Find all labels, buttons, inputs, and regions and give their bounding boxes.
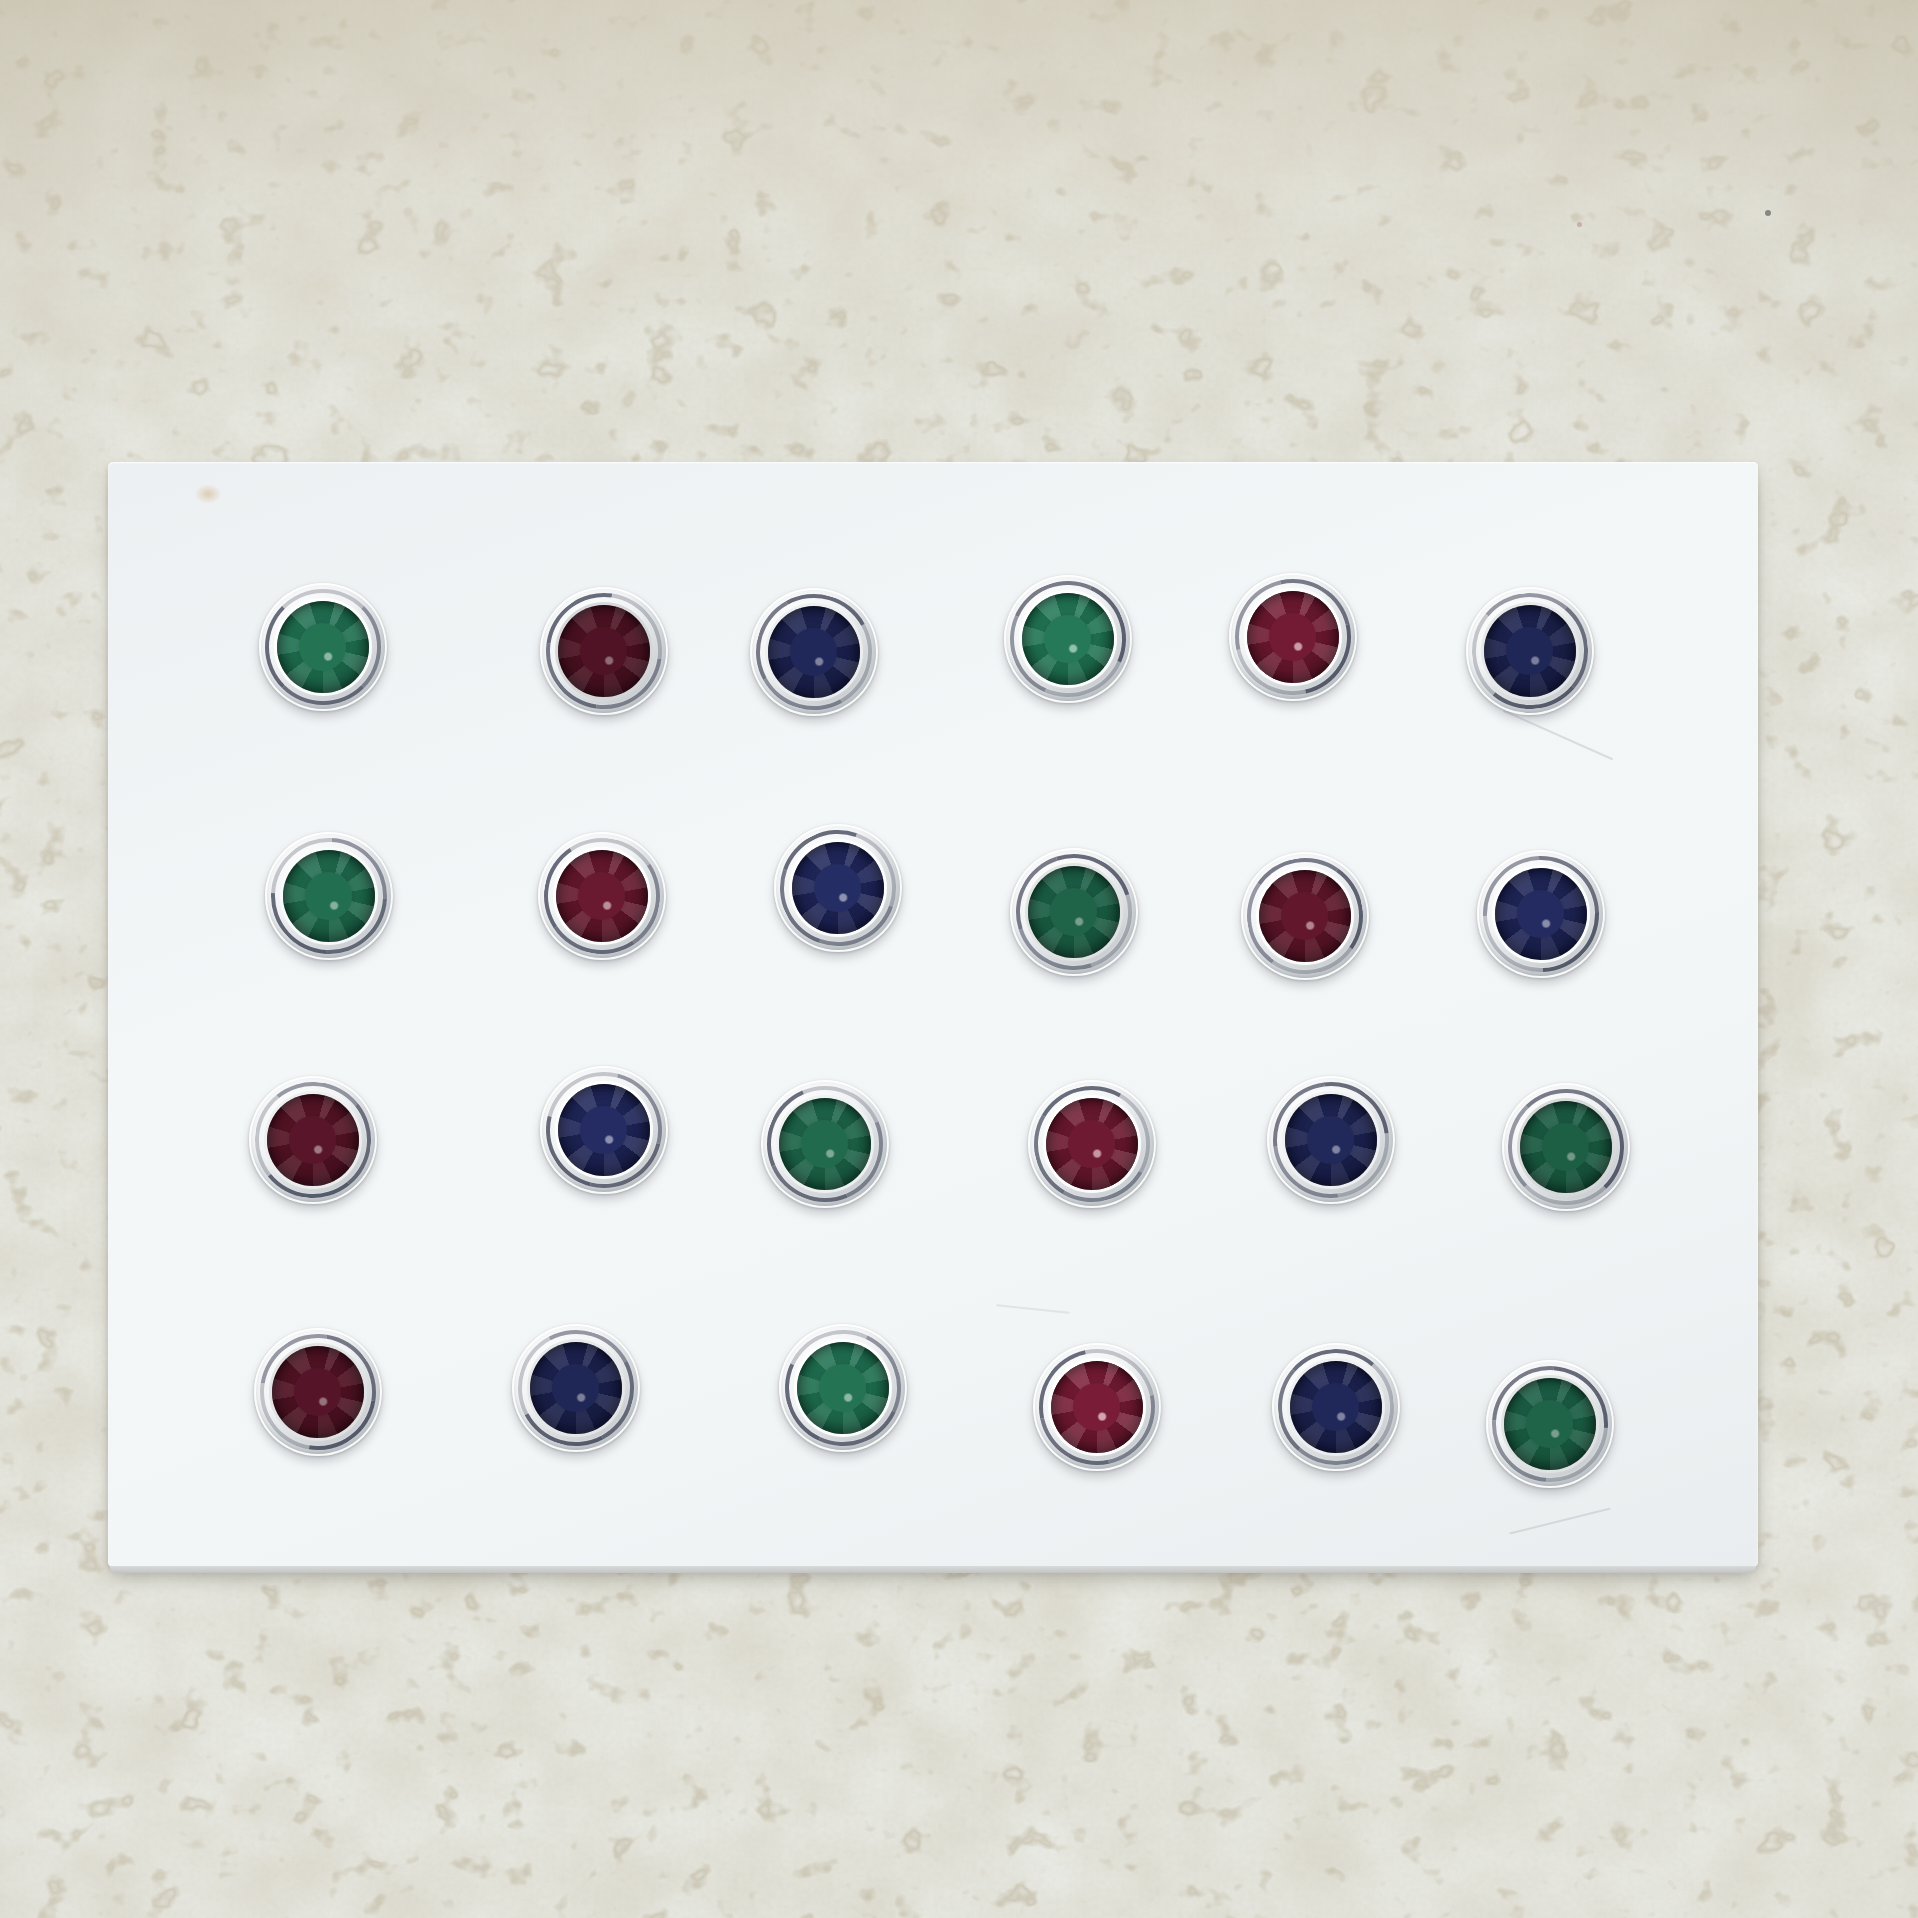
sapphire-gem: [792, 842, 884, 934]
emerald-gem: [779, 1098, 871, 1190]
sapphire-gem: [1495, 868, 1587, 960]
ruby-gem: [556, 850, 648, 942]
stud-grid: [195, 521, 1665, 1529]
ruby-gem: [1051, 1361, 1143, 1453]
stud-ruby: [254, 1328, 382, 1456]
dust-speck: [1577, 222, 1582, 227]
ruby-gem: [267, 1094, 359, 1186]
emerald-gem: [1028, 866, 1120, 958]
ruby-gem: [1046, 1098, 1138, 1190]
display-card: [108, 462, 1758, 1567]
ruby-gem: [1247, 591, 1339, 683]
ruby-gem: [272, 1346, 364, 1438]
stud-sapphire: [1477, 850, 1605, 978]
sapphire-gem: [558, 1084, 650, 1176]
stud-ruby: [540, 587, 668, 715]
sapphire-gem: [530, 1342, 622, 1434]
stud-ruby: [1229, 573, 1357, 701]
emerald-gem: [1504, 1378, 1596, 1470]
stud-emerald: [1486, 1360, 1614, 1488]
stud-sapphire: [512, 1324, 640, 1452]
photo-scene: [0, 0, 1918, 1918]
stud-sapphire: [540, 1066, 668, 1194]
stud-emerald: [265, 832, 393, 960]
stud-ruby: [1241, 852, 1369, 980]
emerald-gem: [1520, 1101, 1612, 1193]
sapphire-gem: [1484, 605, 1576, 697]
stud-sapphire: [1267, 1076, 1395, 1204]
emerald-gem: [1022, 593, 1114, 685]
emerald-gem: [283, 850, 375, 942]
sapphire-gem: [768, 606, 860, 698]
emerald-gem: [797, 1342, 889, 1434]
dust-speck: [1765, 210, 1771, 216]
card-smudge: [194, 484, 222, 504]
stud-ruby: [538, 832, 666, 960]
stud-sapphire: [774, 824, 902, 952]
stud-ruby: [1028, 1080, 1156, 1208]
ruby-gem: [558, 605, 650, 697]
stud-emerald: [761, 1080, 889, 1208]
ruby-gem: [1259, 870, 1351, 962]
stud-ruby: [249, 1076, 377, 1204]
stud-emerald: [1004, 575, 1132, 703]
emerald-gem: [277, 601, 369, 693]
stud-emerald: [1502, 1083, 1630, 1211]
stud-ruby: [1033, 1343, 1161, 1471]
stud-sapphire: [1272, 1343, 1400, 1471]
stud-emerald: [1010, 848, 1138, 976]
stud-emerald: [779, 1324, 907, 1452]
sapphire-gem: [1285, 1094, 1377, 1186]
stud-sapphire: [1466, 587, 1594, 715]
sapphire-gem: [1290, 1361, 1382, 1453]
stud-emerald: [259, 583, 387, 711]
stud-sapphire: [750, 588, 878, 716]
